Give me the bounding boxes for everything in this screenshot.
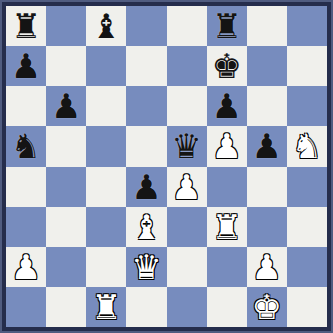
chess-board-frame: ♜♝♜♟♚♟♟♞♛♟♟♞♟♟♝♜♟♛♟♜♚ <box>0 0 333 333</box>
piece-white-king[interactable]: ♚ <box>252 290 282 324</box>
square-c2[interactable] <box>86 247 126 287</box>
piece-black-pawn[interactable]: ♟ <box>211 89 241 123</box>
square-h8[interactable] <box>287 6 327 46</box>
square-a7[interactable]: ♟ <box>6 46 46 86</box>
square-e1[interactable] <box>167 287 207 327</box>
piece-black-king[interactable]: ♚ <box>211 49 241 83</box>
piece-black-pawn[interactable]: ♟ <box>51 89 81 123</box>
square-a2[interactable]: ♟ <box>6 247 46 287</box>
square-d5[interactable] <box>126 126 166 166</box>
square-f1[interactable] <box>207 287 247 327</box>
square-h2[interactable] <box>287 247 327 287</box>
square-a1[interactable] <box>6 287 46 327</box>
square-a3[interactable] <box>6 207 46 247</box>
square-g6[interactable] <box>247 86 287 126</box>
square-b8[interactable] <box>46 6 86 46</box>
square-h7[interactable] <box>287 46 327 86</box>
square-d6[interactable] <box>126 86 166 126</box>
square-c3[interactable] <box>86 207 126 247</box>
square-f3[interactable]: ♜ <box>207 207 247 247</box>
piece-white-pawn[interactable]: ♟ <box>252 250 282 284</box>
square-b5[interactable] <box>46 126 86 166</box>
square-h6[interactable] <box>287 86 327 126</box>
square-d2[interactable]: ♛ <box>126 247 166 287</box>
piece-white-pawn[interactable]: ♟ <box>171 170 201 204</box>
square-b3[interactable] <box>46 207 86 247</box>
chess-board: ♜♝♜♟♚♟♟♞♛♟♟♞♟♟♝♜♟♛♟♜♚ <box>6 6 327 327</box>
square-b1[interactable] <box>46 287 86 327</box>
piece-white-pawn[interactable]: ♟ <box>211 129 241 163</box>
square-a8[interactable]: ♜ <box>6 6 46 46</box>
piece-white-bishop[interactable]: ♝ <box>131 210 161 244</box>
square-f7[interactable]: ♚ <box>207 46 247 86</box>
piece-black-bishop[interactable]: ♝ <box>91 9 121 43</box>
piece-black-queen[interactable]: ♛ <box>171 129 201 163</box>
square-d7[interactable] <box>126 46 166 86</box>
piece-black-pawn[interactable]: ♟ <box>252 129 282 163</box>
square-b2[interactable] <box>46 247 86 287</box>
square-a5[interactable]: ♞ <box>6 126 46 166</box>
square-c8[interactable]: ♝ <box>86 6 126 46</box>
square-h3[interactable] <box>287 207 327 247</box>
piece-white-queen[interactable]: ♛ <box>131 250 161 284</box>
square-f8[interactable]: ♜ <box>207 6 247 46</box>
square-f4[interactable] <box>207 167 247 207</box>
square-d4[interactable]: ♟ <box>126 167 166 207</box>
square-h5[interactable]: ♞ <box>287 126 327 166</box>
piece-white-knight[interactable]: ♞ <box>292 129 322 163</box>
square-g1[interactable]: ♚ <box>247 287 287 327</box>
square-a4[interactable] <box>6 167 46 207</box>
square-g4[interactable] <box>247 167 287 207</box>
square-e5[interactable]: ♛ <box>167 126 207 166</box>
square-g3[interactable] <box>247 207 287 247</box>
square-c5[interactable] <box>86 126 126 166</box>
square-f5[interactable]: ♟ <box>207 126 247 166</box>
square-b4[interactable] <box>46 167 86 207</box>
piece-white-rook[interactable]: ♜ <box>211 210 241 244</box>
square-c7[interactable] <box>86 46 126 86</box>
square-d8[interactable] <box>126 6 166 46</box>
square-c4[interactable] <box>86 167 126 207</box>
square-g8[interactable] <box>247 6 287 46</box>
square-f6[interactable]: ♟ <box>207 86 247 126</box>
square-e8[interactable] <box>167 6 207 46</box>
square-g7[interactable] <box>247 46 287 86</box>
square-b7[interactable] <box>46 46 86 86</box>
square-g2[interactable]: ♟ <box>247 247 287 287</box>
square-d1[interactable] <box>126 287 166 327</box>
piece-black-knight[interactable]: ♞ <box>11 129 41 163</box>
piece-black-pawn[interactable]: ♟ <box>131 170 161 204</box>
piece-black-pawn[interactable]: ♟ <box>11 49 41 83</box>
square-h4[interactable] <box>287 167 327 207</box>
square-e4[interactable]: ♟ <box>167 167 207 207</box>
square-g5[interactable]: ♟ <box>247 126 287 166</box>
square-f2[interactable] <box>207 247 247 287</box>
square-b6[interactable]: ♟ <box>46 86 86 126</box>
square-h1[interactable] <box>287 287 327 327</box>
square-e3[interactable] <box>167 207 207 247</box>
square-e7[interactable] <box>167 46 207 86</box>
piece-white-pawn[interactable]: ♟ <box>11 250 41 284</box>
piece-white-rook[interactable]: ♜ <box>91 290 121 324</box>
square-d3[interactable]: ♝ <box>126 207 166 247</box>
piece-black-rook[interactable]: ♜ <box>11 9 41 43</box>
square-e2[interactable] <box>167 247 207 287</box>
square-c1[interactable]: ♜ <box>86 287 126 327</box>
square-e6[interactable] <box>167 86 207 126</box>
piece-black-rook[interactable]: ♜ <box>211 9 241 43</box>
square-a6[interactable] <box>6 86 46 126</box>
square-c6[interactable] <box>86 86 126 126</box>
